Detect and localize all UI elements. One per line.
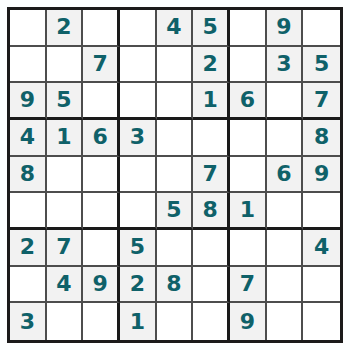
sudoku-cell-r4c8[interactable] [267,120,304,157]
sudoku-cell-r5c8[interactable]: 6 [267,157,304,194]
sudoku-cell-r6c3[interactable] [83,193,120,230]
sudoku-cell-r5c9[interactable]: 9 [303,157,340,194]
sudoku-cell-r8c5[interactable]: 8 [157,267,194,304]
sudoku-cell-r4c4[interactable]: 3 [120,120,157,157]
sudoku-cell-r9c2[interactable] [47,303,84,340]
sudoku-cell-r1c2[interactable]: 2 [47,10,84,47]
sudoku-cell-r7c4[interactable]: 5 [120,230,157,267]
sudoku-cell-r5c4[interactable] [120,157,157,194]
sudoku-cell-r2c9[interactable]: 5 [303,47,340,84]
sudoku-cell-r1c9[interactable] [303,10,340,47]
sudoku-cell-r6c2[interactable] [47,193,84,230]
sudoku-cell-r2c1[interactable] [10,47,47,84]
sudoku-cell-r5c6[interactable]: 7 [193,157,230,194]
sudoku-cell-r7c1[interactable]: 2 [10,230,47,267]
sudoku-cell-r5c5[interactable] [157,157,194,194]
sudoku-board: 2459723595167416388769581275449287319 [7,7,343,343]
sudoku-cell-r3c8[interactable] [267,83,304,120]
sudoku-cell-r8c7[interactable]: 7 [230,267,267,304]
sudoku-cell-r2c7[interactable] [230,47,267,84]
sudoku-cell-r6c8[interactable] [267,193,304,230]
sudoku-cell-r9c9[interactable] [303,303,340,340]
sudoku-cell-r6c7[interactable]: 1 [230,193,267,230]
sudoku-cell-r3c6[interactable]: 1 [193,83,230,120]
sudoku-cell-r9c1[interactable]: 3 [10,303,47,340]
sudoku-cell-r4c9[interactable]: 8 [303,120,340,157]
sudoku-cell-r9c5[interactable] [157,303,194,340]
sudoku-cell-r4c5[interactable] [157,120,194,157]
sudoku-cell-r2c6[interactable]: 2 [193,47,230,84]
sudoku-cell-r5c2[interactable] [47,157,84,194]
sudoku-cell-r7c2[interactable]: 7 [47,230,84,267]
sudoku-cell-r4c7[interactable] [230,120,267,157]
sudoku-cell-r6c1[interactable] [10,193,47,230]
sudoku-cell-r1c8[interactable]: 9 [267,10,304,47]
sudoku-cell-r2c5[interactable] [157,47,194,84]
sudoku-cell-r9c6[interactable] [193,303,230,340]
sudoku-cell-r9c7[interactable]: 9 [230,303,267,340]
sudoku-cell-r1c7[interactable] [230,10,267,47]
sudoku-cell-r6c9[interactable] [303,193,340,230]
sudoku-cell-r3c1[interactable]: 9 [10,83,47,120]
sudoku-cell-r2c2[interactable] [47,47,84,84]
sudoku-cell-r7c9[interactable]: 4 [303,230,340,267]
sudoku-cell-r3c3[interactable] [83,83,120,120]
sudoku-cell-r7c6[interactable] [193,230,230,267]
sudoku-cell-r8c4[interactable]: 2 [120,267,157,304]
sudoku-cell-r1c5[interactable]: 4 [157,10,194,47]
sudoku-cell-r3c4[interactable] [120,83,157,120]
sudoku-cell-r2c3[interactable]: 7 [83,47,120,84]
sudoku-cell-r3c7[interactable]: 6 [230,83,267,120]
sudoku-cell-r5c3[interactable] [83,157,120,194]
sudoku-cell-r8c6[interactable] [193,267,230,304]
sudoku-cell-r2c8[interactable]: 3 [267,47,304,84]
sudoku-cell-r9c8[interactable] [267,303,304,340]
sudoku-cell-r6c6[interactable]: 8 [193,193,230,230]
sudoku-cell-r9c3[interactable] [83,303,120,340]
sudoku-cell-r8c3[interactable]: 9 [83,267,120,304]
sudoku-cell-r7c5[interactable] [157,230,194,267]
sudoku-cell-r9c4[interactable]: 1 [120,303,157,340]
sudoku-cell-r8c9[interactable] [303,267,340,304]
sudoku-cell-r7c3[interactable] [83,230,120,267]
sudoku-cell-r6c5[interactable]: 5 [157,193,194,230]
sudoku-cell-r2c4[interactable] [120,47,157,84]
sudoku-cell-r4c3[interactable]: 6 [83,120,120,157]
sudoku-cell-r6c4[interactable] [120,193,157,230]
sudoku-cell-r3c9[interactable]: 7 [303,83,340,120]
sudoku-cell-r4c2[interactable]: 1 [47,120,84,157]
sudoku-cell-r4c1[interactable]: 4 [10,120,47,157]
sudoku-cell-r4c6[interactable] [193,120,230,157]
sudoku-cell-r3c5[interactable] [157,83,194,120]
sudoku-cell-r1c4[interactable] [120,10,157,47]
sudoku-cell-r1c6[interactable]: 5 [193,10,230,47]
sudoku-cell-r8c2[interactable]: 4 [47,267,84,304]
sudoku-cell-r8c8[interactable] [267,267,304,304]
sudoku-cell-r1c1[interactable] [10,10,47,47]
sudoku-cell-r7c8[interactable] [267,230,304,267]
sudoku-cell-r8c1[interactable] [10,267,47,304]
sudoku-cell-r7c7[interactable] [230,230,267,267]
sudoku-cell-r5c7[interactable] [230,157,267,194]
sudoku-cell-r5c1[interactable]: 8 [10,157,47,194]
page: 2459723595167416388769581275449287319 [0,0,350,350]
sudoku-cell-r3c2[interactable]: 5 [47,83,84,120]
sudoku-cell-r1c3[interactable] [83,10,120,47]
